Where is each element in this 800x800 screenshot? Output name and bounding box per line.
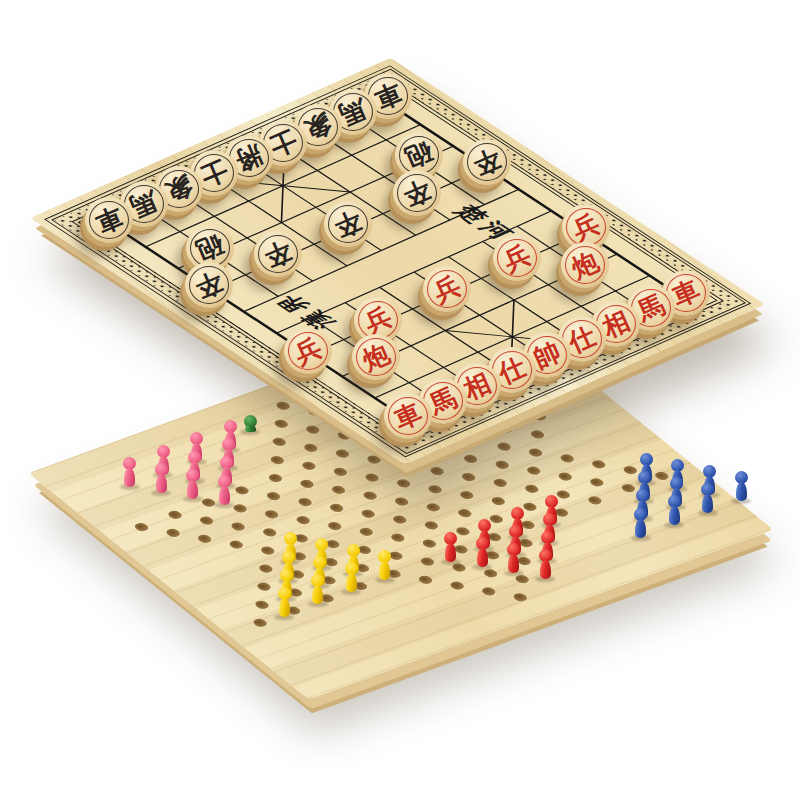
- peg-hole[interactable]: [529, 411, 548, 422]
- piece-character: 車: [391, 399, 425, 433]
- peg-hole[interactable]: [455, 508, 474, 519]
- peg-hole[interactable]: [334, 430, 353, 441]
- peg-hole[interactable]: [415, 574, 434, 585]
- peg-hole[interactable]: [585, 495, 604, 506]
- piece-character: 兵: [361, 303, 395, 337]
- peg-yellow[interactable]: [276, 587, 292, 617]
- peg-hole[interactable]: [293, 515, 312, 526]
- peg-body: [445, 543, 456, 562]
- peg-body: [508, 554, 519, 573]
- piece-character: 炮: [568, 247, 602, 281]
- peg-hole[interactable]: [478, 586, 497, 597]
- peg-hole[interactable]: [362, 472, 381, 483]
- peg-hole[interactable]: [425, 484, 444, 495]
- peg-body: [635, 519, 646, 538]
- piece-character: 兵: [500, 241, 534, 275]
- peg-hole[interactable]: [303, 424, 322, 435]
- peg-hole[interactable]: [330, 466, 349, 477]
- peg-hole[interactable]: [131, 522, 150, 533]
- peg-hole[interactable]: [423, 502, 442, 513]
- peg-hole[interactable]: [358, 508, 377, 519]
- peg-hole[interactable]: [527, 429, 546, 440]
- peg-hole[interactable]: [360, 490, 379, 501]
- piece-character: 兵: [291, 334, 325, 368]
- piece-character: 卒: [331, 206, 365, 240]
- xiangqi-piece-black-soldier[interactable]: 卒: [324, 201, 372, 247]
- peg-body: [477, 548, 488, 567]
- peg-hole[interactable]: [419, 538, 438, 549]
- peg-pink[interactable]: [185, 469, 201, 499]
- peg-hole[interactable]: [447, 580, 466, 591]
- peg-hole[interactable]: [427, 466, 446, 477]
- piece-character: 砲: [193, 231, 227, 265]
- piece-character: 炮: [359, 340, 393, 374]
- peg-body: [245, 425, 256, 432]
- xiangqi-piece-red-soldier[interactable]: 兵: [493, 235, 541, 281]
- peg-hole[interactable]: [228, 521, 247, 532]
- peg-hole[interactable]: [510, 592, 529, 603]
- peg-hole[interactable]: [458, 472, 477, 483]
- peg-hole[interactable]: [525, 447, 544, 458]
- peg-body: [124, 468, 135, 487]
- peg-body: [312, 585, 323, 604]
- peg-body: [187, 480, 198, 499]
- peg-hole[interactable]: [299, 460, 318, 471]
- peg-hole[interactable]: [523, 465, 542, 476]
- piece-character: 砲: [402, 138, 436, 172]
- peg-yellow[interactable]: [343, 562, 359, 592]
- peg-pink[interactable]: [122, 457, 138, 487]
- peg-hole[interactable]: [587, 477, 606, 488]
- piece-character: 兵: [569, 210, 603, 244]
- peg-green-peeking[interactable]: [242, 416, 258, 432]
- peg-hole[interactable]: [196, 515, 215, 526]
- peg-body: [279, 598, 290, 617]
- xiangqi-piece-red-soldier[interactable]: 兵: [284, 328, 332, 374]
- peg-hole[interactable]: [460, 453, 479, 464]
- peg-hole[interactable]: [328, 484, 347, 495]
- peg-blue[interactable]: [733, 471, 749, 501]
- peg-hole[interactable]: [263, 491, 282, 502]
- piece-character: 卒: [470, 145, 504, 179]
- peg-hole[interactable]: [496, 423, 515, 434]
- peg-hole[interactable]: [256, 563, 275, 574]
- xiangqi-piece-red-cannon[interactable]: 炮: [561, 242, 609, 288]
- piece-character: 兵: [430, 272, 464, 306]
- peg-hole[interactable]: [356, 526, 375, 537]
- peg-hole[interactable]: [522, 483, 541, 494]
- peg-hole[interactable]: [391, 496, 410, 507]
- peg-hole[interactable]: [254, 581, 273, 592]
- peg-hole[interactable]: [325, 521, 344, 532]
- peg-red[interactable]: [443, 532, 459, 562]
- xiangqi-piece-red-chariot[interactable]: 車: [384, 393, 432, 439]
- peg-hole[interactable]: [326, 502, 345, 513]
- peg-blue[interactable]: [666, 495, 682, 525]
- peg-hole[interactable]: [390, 514, 409, 525]
- peg-hole[interactable]: [393, 478, 412, 489]
- xiangqi-piece-black-soldier[interactable]: 卒: [393, 170, 441, 216]
- peg-hole[interactable]: [457, 490, 476, 501]
- peg-body: [669, 506, 680, 525]
- peg-hole[interactable]: [250, 617, 269, 628]
- peg-hole[interactable]: [226, 539, 245, 550]
- peg-hole[interactable]: [301, 442, 320, 453]
- peg-hole[interactable]: [259, 527, 278, 538]
- peg-body: [736, 482, 747, 501]
- peg-hole[interactable]: [494, 441, 513, 452]
- peg-hole[interactable]: [555, 471, 574, 482]
- peg-red[interactable]: [537, 549, 553, 579]
- peg-body: [156, 474, 167, 493]
- peg-red[interactable]: [506, 543, 522, 573]
- peg-body: [379, 561, 390, 580]
- peg-yellow[interactable]: [310, 574, 326, 604]
- piece-character: 卒: [261, 237, 295, 271]
- peg-hole[interactable]: [295, 497, 314, 508]
- peg-hole[interactable]: [364, 454, 383, 465]
- peg-blue[interactable]: [700, 483, 716, 513]
- peg-hole[interactable]: [492, 459, 511, 470]
- piece-character: 車: [92, 203, 126, 237]
- piece-character: 卒: [192, 268, 226, 302]
- peg-hole[interactable]: [267, 455, 286, 466]
- peg-hole[interactable]: [163, 527, 182, 538]
- peg-hole[interactable]: [488, 496, 507, 507]
- peg-hole[interactable]: [271, 418, 290, 429]
- xiangqi-piece-black-soldier[interactable]: 卒: [185, 262, 233, 308]
- peg-hole[interactable]: [258, 545, 277, 556]
- peg-hole[interactable]: [297, 479, 316, 490]
- peg-hole[interactable]: [557, 453, 576, 464]
- peg-pink[interactable]: [216, 475, 232, 505]
- peg-pink[interactable]: [153, 463, 169, 493]
- peg-hole[interactable]: [269, 436, 288, 447]
- peg-hole[interactable]: [252, 599, 271, 610]
- product-photo-scene: 漢界 楚河 車馬象士將士象馬車砲砲卒卒卒卒卒兵兵兵兵兵炮炮車馬相仕帥仕相馬車: [0, 0, 800, 800]
- peg-yellow[interactable]: [377, 550, 393, 580]
- peg-hole[interactable]: [261, 509, 280, 520]
- peg-hole[interactable]: [388, 532, 407, 543]
- peg-hole[interactable]: [273, 400, 292, 411]
- peg-hole[interactable]: [332, 448, 351, 459]
- piece-character: 卒: [400, 176, 434, 210]
- peg-blue[interactable]: [633, 508, 649, 538]
- peg-hole[interactable]: [490, 477, 509, 488]
- peg-body: [702, 494, 713, 513]
- peg-hole[interactable]: [165, 509, 184, 520]
- peg-body: [540, 560, 551, 579]
- peg-red[interactable]: [474, 537, 490, 567]
- peg-body: [219, 486, 230, 505]
- peg-hole[interactable]: [417, 556, 436, 567]
- xiangqi-piece-black-chariot[interactable]: 車: [85, 197, 133, 243]
- peg-body: [346, 573, 357, 592]
- peg-hole[interactable]: [589, 459, 608, 470]
- peg-hole[interactable]: [265, 473, 284, 484]
- peg-hole[interactable]: [194, 533, 213, 544]
- xiangqi-piece-black-soldier[interactable]: 卒: [463, 139, 511, 185]
- peg-hole[interactable]: [421, 520, 440, 531]
